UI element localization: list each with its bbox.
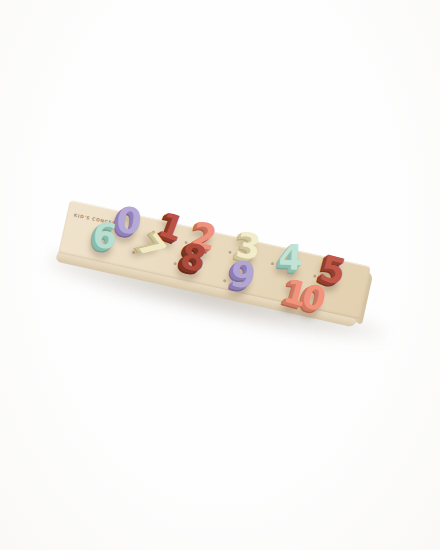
finger-hole	[271, 262, 275, 266]
product-photo: KID'S CONCEPT 012345678910	[0, 0, 440, 550]
puzzle-board: KID'S CONCEPT 012345678910	[58, 200, 370, 319]
finger-hole	[173, 262, 177, 266]
finger-hole	[223, 279, 227, 283]
puzzle-piece-6[interactable]: 6	[91, 218, 119, 256]
puzzle-piece-10[interactable]: 10	[280, 274, 325, 316]
puzzle-piece-9[interactable]: 9	[228, 256, 258, 295]
finger-hole	[228, 251, 232, 255]
puzzle-piece-8[interactable]: 8	[177, 238, 209, 279]
